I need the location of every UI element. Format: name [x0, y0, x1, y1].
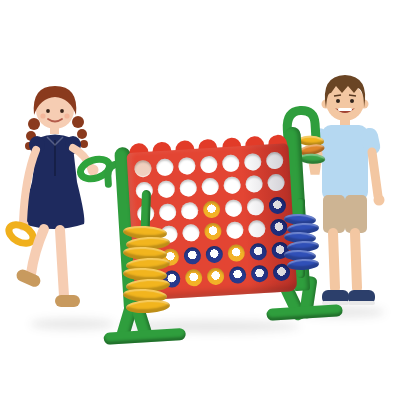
empty-hole [201, 178, 219, 196]
empty-hole [157, 181, 175, 199]
board-cell [197, 152, 220, 176]
boy-shorts [323, 195, 345, 233]
board-cell [225, 263, 248, 287]
girl-cheek [40, 113, 45, 118]
empty-hole [221, 154, 239, 172]
board-cell [198, 175, 221, 199]
board-cell [242, 172, 265, 196]
disc-blue [228, 266, 246, 284]
empty-hole [158, 203, 176, 221]
boy-eye [350, 99, 354, 103]
board-cell [220, 174, 243, 198]
empty-hole [246, 198, 264, 216]
empty-hole [179, 179, 197, 197]
girl-braid [28, 118, 40, 130]
boy-leg [355, 233, 357, 288]
board-cell [221, 196, 244, 220]
board-cell [179, 221, 202, 245]
board-cell [153, 155, 176, 179]
girl-braid [77, 129, 87, 139]
boy-shorts [345, 195, 367, 233]
disc-yellow [203, 223, 221, 241]
disc-yellow [202, 200, 220, 218]
empty-hole [133, 159, 151, 177]
empty-hole [199, 155, 217, 173]
board-cell [131, 157, 154, 181]
disc-yellow [227, 244, 245, 262]
disc-blue [205, 245, 223, 263]
board-cell [154, 178, 177, 202]
girl-shoe [55, 295, 80, 307]
board-cell [241, 150, 264, 174]
board-cell [243, 195, 266, 219]
board-cell [176, 176, 199, 200]
board-cell [182, 266, 205, 290]
board-cell [202, 242, 225, 266]
girl-eye [60, 109, 64, 113]
disc-blue [183, 247, 201, 265]
board-cell [199, 197, 222, 221]
board-cell [224, 241, 247, 265]
girl-cheek [64, 113, 69, 118]
empty-hole [243, 153, 261, 171]
empty-hole [224, 199, 242, 217]
empty-hole [177, 157, 195, 175]
board-cell [264, 171, 287, 195]
empty-hole [267, 174, 285, 192]
girl-hand [88, 165, 99, 176]
board-cell [204, 265, 227, 289]
board-cell [245, 217, 268, 241]
empty-hole [181, 224, 199, 242]
boy-arm [372, 152, 378, 196]
disc-yellow [184, 269, 202, 287]
disc-blue [249, 243, 267, 261]
empty-hole [247, 220, 265, 238]
empty-hole [265, 151, 283, 169]
boy-hand [374, 195, 385, 206]
girl-braid [80, 140, 88, 148]
product-photo-stage [0, 0, 400, 400]
board-cell [246, 240, 269, 264]
empty-hole [223, 177, 241, 195]
board-cell [201, 220, 224, 244]
girl-leg [60, 230, 64, 296]
board-cell [180, 244, 203, 268]
board-cell [177, 199, 200, 223]
empty-hole [180, 202, 198, 220]
girl-braid [72, 116, 84, 128]
girl-eye [46, 109, 50, 113]
board-cell [265, 193, 288, 217]
boy-sneaker-sole [348, 301, 375, 305]
board-cell [247, 262, 270, 286]
empty-hole [245, 175, 263, 193]
girl-neck [50, 126, 59, 134]
board-cell [219, 151, 242, 175]
boy-eye [336, 99, 340, 103]
empty-hole [225, 221, 243, 239]
disc-blue [268, 196, 286, 214]
board-cell [223, 219, 246, 243]
disc-blue [250, 265, 268, 283]
board-cell [155, 200, 178, 224]
board-cell [263, 148, 286, 172]
disc-yellow [206, 268, 224, 286]
empty-hole [155, 158, 173, 176]
boy-teeth [338, 108, 352, 111]
boy-leg [333, 233, 335, 288]
board-cell [175, 154, 198, 178]
